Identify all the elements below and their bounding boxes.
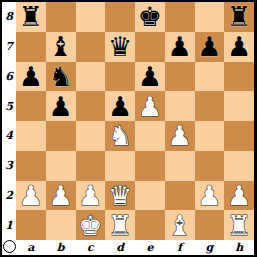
black-pawn-f7: ♟ — [168, 33, 192, 60]
square-b5[interactable]: ♟ — [46, 91, 76, 121]
white-pawn-b2: ♟ — [49, 182, 73, 209]
file-label-f: f — [165, 240, 195, 255]
white-pawn-e5: ♟ — [138, 93, 162, 120]
square-a8[interactable]: ♜ — [16, 2, 46, 32]
square-a7[interactable] — [16, 32, 46, 62]
square-c5[interactable] — [76, 91, 106, 121]
square-b2[interactable]: ♟ — [46, 181, 76, 211]
square-h5[interactable] — [224, 91, 254, 121]
square-a5[interactable] — [16, 91, 46, 121]
board-panel: 87654321 ♜♚♜♝♛♟♟♟♟♞♟♟♟♟♞♟♟♟♟♛♟♟♚♜♝♜ abcd… — [2, 2, 254, 255]
white-pawn-f4: ♟ — [168, 122, 192, 149]
white-pawn-a2: ♟ — [19, 182, 43, 209]
square-b7[interactable]: ♝ — [46, 32, 76, 62]
black-pawn-b5: ♟ — [49, 93, 73, 120]
file-label-h: h — [224, 240, 254, 255]
square-f6[interactable] — [165, 62, 195, 92]
square-d1[interactable]: ♜ — [105, 210, 135, 240]
square-e5[interactable]: ♟ — [135, 91, 165, 121]
square-d3[interactable] — [105, 151, 135, 181]
square-e7[interactable] — [135, 32, 165, 62]
rank-label-6: 6 — [2, 62, 16, 92]
black-bishop-b7: ♝ — [49, 33, 73, 60]
square-b3[interactable] — [46, 151, 76, 181]
square-a2[interactable]: ♟ — [16, 181, 46, 211]
square-g6[interactable] — [195, 62, 225, 92]
square-c1[interactable]: ♚ — [76, 210, 106, 240]
file-label-g: g — [195, 240, 225, 255]
black-rook-a8: ♜ — [19, 3, 43, 30]
file-label-c: c — [76, 240, 106, 255]
black-knight-b6: ♞ — [49, 63, 73, 90]
black-queen-d7: ♛ — [108, 33, 132, 60]
file-labels: abcdefgh — [16, 240, 254, 255]
black-pawn-a6: ♟ — [19, 63, 43, 90]
chess-board: ♜♚♜♝♛♟♟♟♟♞♟♟♟♟♞♟♟♟♟♛♟♟♚♜♝♜ — [16, 2, 254, 240]
square-d4[interactable]: ♞ — [105, 121, 135, 151]
file-label-e: e — [135, 240, 165, 255]
white-pawn-h2: ♟ — [227, 182, 251, 209]
white-pawn-c2: ♟ — [78, 182, 102, 209]
rank-label-5: 5 — [2, 91, 16, 121]
square-a3[interactable] — [16, 151, 46, 181]
square-g2[interactable]: ♟ — [195, 181, 225, 211]
square-e8[interactable]: ♚ — [135, 2, 165, 32]
square-d8[interactable] — [105, 2, 135, 32]
square-h8[interactable]: ♜ — [224, 2, 254, 32]
square-b6[interactable]: ♞ — [46, 62, 76, 92]
file-label-b: b — [46, 240, 76, 255]
square-f4[interactable]: ♟ — [165, 121, 195, 151]
square-d7[interactable]: ♛ — [105, 32, 135, 62]
side-to-move-indicator — [3, 240, 16, 253]
square-e6[interactable]: ♟ — [135, 62, 165, 92]
black-pawn-g7: ♟ — [197, 33, 221, 60]
square-e4[interactable] — [135, 121, 165, 151]
white-queen-d2: ♛ — [108, 182, 132, 209]
square-a4[interactable] — [16, 121, 46, 151]
rank-labels: 87654321 — [2, 2, 16, 240]
square-b1[interactable] — [46, 210, 76, 240]
square-a6[interactable]: ♟ — [16, 62, 46, 92]
black-king-e8: ♚ — [138, 3, 162, 30]
white-king-c1: ♚ — [78, 212, 102, 239]
square-g3[interactable] — [195, 151, 225, 181]
black-rook-h8: ♜ — [227, 3, 251, 30]
black-pawn-h7: ♟ — [227, 33, 251, 60]
square-e2[interactable] — [135, 181, 165, 211]
square-c3[interactable] — [76, 151, 106, 181]
square-f7[interactable]: ♟ — [165, 32, 195, 62]
square-g1[interactable] — [195, 210, 225, 240]
square-h1[interactable]: ♜ — [224, 210, 254, 240]
white-rook-h1: ♜ — [227, 212, 251, 239]
rank-label-3: 3 — [2, 151, 16, 181]
square-c6[interactable] — [76, 62, 106, 92]
square-g7[interactable]: ♟ — [195, 32, 225, 62]
rank-label-1: 1 — [2, 210, 16, 240]
square-h4[interactable] — [224, 121, 254, 151]
square-f1[interactable]: ♝ — [165, 210, 195, 240]
black-pawn-d5: ♟ — [108, 93, 132, 120]
square-h2[interactable]: ♟ — [224, 181, 254, 211]
square-f5[interactable] — [165, 91, 195, 121]
square-c8[interactable] — [76, 2, 106, 32]
square-g8[interactable] — [195, 2, 225, 32]
square-e1[interactable] — [135, 210, 165, 240]
square-h7[interactable]: ♟ — [224, 32, 254, 62]
square-c2[interactable]: ♟ — [76, 181, 106, 211]
square-d6[interactable] — [105, 62, 135, 92]
square-f3[interactable] — [165, 151, 195, 181]
white-bishop-f1: ♝ — [168, 212, 192, 239]
square-f2[interactable] — [165, 181, 195, 211]
file-label-a: a — [16, 240, 46, 255]
square-d2[interactable]: ♛ — [105, 181, 135, 211]
square-h6[interactable] — [224, 62, 254, 92]
square-b8[interactable] — [46, 2, 76, 32]
square-e3[interactable] — [135, 151, 165, 181]
rank-label-2: 2 — [2, 181, 16, 211]
square-c7[interactable] — [76, 32, 106, 62]
square-d5[interactable]: ♟ — [105, 91, 135, 121]
rank-label-7: 7 — [2, 32, 16, 62]
square-g5[interactable] — [195, 91, 225, 121]
white-pawn-g2: ♟ — [197, 182, 221, 209]
square-c4[interactable] — [76, 121, 106, 151]
square-h3[interactable] — [224, 151, 254, 181]
square-a1[interactable] — [16, 210, 46, 240]
chess-diagram: 87654321 ♜♚♜♝♛♟♟♟♟♞♟♟♟♟♞♟♟♟♟♛♟♟♚♜♝♜ abcd… — [0, 0, 257, 257]
file-label-d: d — [105, 240, 135, 255]
white-knight-d4: ♞ — [108, 122, 132, 149]
rank-label-8: 8 — [2, 2, 16, 32]
white-rook-d1: ♜ — [108, 212, 132, 239]
square-g4[interactable] — [195, 121, 225, 151]
square-b4[interactable] — [46, 121, 76, 151]
rank-label-4: 4 — [2, 121, 16, 151]
square-f8[interactable] — [165, 2, 195, 32]
black-pawn-e6: ♟ — [138, 63, 162, 90]
